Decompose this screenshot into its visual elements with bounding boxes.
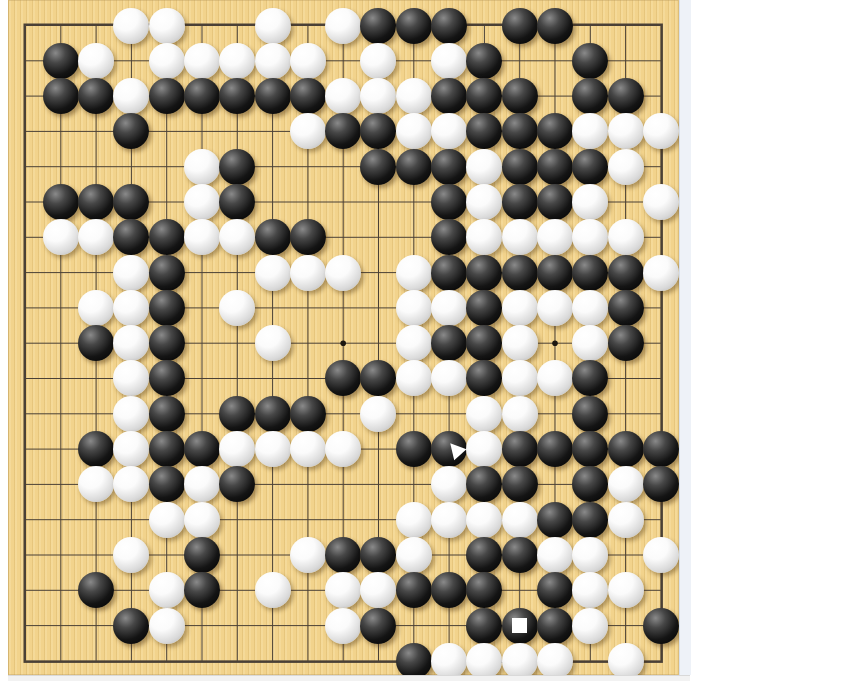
- white-stone[interactable]: [608, 502, 644, 538]
- white-stone[interactable]: [113, 431, 149, 467]
- white-stone[interactable]: [572, 325, 608, 361]
- black-stone[interactable]: [396, 431, 432, 467]
- black-stone[interactable]: [537, 184, 573, 220]
- white-stone[interactable]: [78, 466, 114, 502]
- white-stone[interactable]: [184, 466, 220, 502]
- board-point: [502, 608, 537, 643]
- black-stone[interactable]: [113, 184, 149, 220]
- white-stone[interactable]: [396, 78, 432, 114]
- board-point: [149, 431, 184, 466]
- white-stone[interactable]: [466, 184, 502, 220]
- black-stone[interactable]: [431, 219, 467, 255]
- black-stone[interactable]: [466, 255, 502, 291]
- black-stone[interactable]: [572, 149, 608, 185]
- white-stone[interactable]: [255, 43, 291, 79]
- black-stone[interactable]: [360, 8, 396, 44]
- white-stone[interactable]: [572, 219, 608, 255]
- black-stone[interactable]: [502, 8, 538, 44]
- board-point: [608, 255, 643, 290]
- board-point: [467, 149, 502, 184]
- board-point: [502, 255, 537, 290]
- black-stone[interactable]: [502, 113, 538, 149]
- black-stone[interactable]: [608, 290, 644, 326]
- board-point: [255, 8, 290, 43]
- board-point: [326, 78, 361, 113]
- white-stone[interactable]: [396, 113, 432, 149]
- white-stone[interactable]: [431, 466, 467, 502]
- black-stone[interactable]: [537, 149, 573, 185]
- board-point: [149, 220, 184, 255]
- black-stone[interactable]: [537, 113, 573, 149]
- black-stone[interactable]: [643, 608, 679, 644]
- white-stone[interactable]: [537, 219, 573, 255]
- board-point: [361, 114, 396, 149]
- black-stone[interactable]: [466, 43, 502, 79]
- black-stone[interactable]: [572, 466, 608, 502]
- white-stone[interactable]: [643, 255, 679, 291]
- board-point: [220, 396, 255, 431]
- board-point: [361, 537, 396, 572]
- black-stone[interactable]: [502, 149, 538, 185]
- white-stone[interactable]: [643, 184, 679, 220]
- black-stone[interactable]: [572, 78, 608, 114]
- black-stone[interactable]: [572, 502, 608, 538]
- black-stone[interactable]: [466, 360, 502, 396]
- black-stone[interactable]: [502, 608, 538, 644]
- black-stone[interactable]: [290, 219, 326, 255]
- board-point: [431, 290, 466, 325]
- white-stone[interactable]: [608, 643, 644, 679]
- black-stone[interactable]: [537, 431, 573, 467]
- board-point: [431, 467, 466, 502]
- board-point: [361, 43, 396, 78]
- white-stone[interactable]: [608, 219, 644, 255]
- black-stone[interactable]: [502, 78, 538, 114]
- white-stone[interactable]: [537, 360, 573, 396]
- white-stone[interactable]: [360, 572, 396, 608]
- board-point: [573, 326, 608, 361]
- black-stone[interactable]: [431, 78, 467, 114]
- white-stone[interactable]: [466, 431, 502, 467]
- board-point: [149, 608, 184, 643]
- black-stone[interactable]: [396, 149, 432, 185]
- board-point: [184, 431, 219, 466]
- white-stone[interactable]: [290, 431, 326, 467]
- black-stone[interactable]: [608, 255, 644, 291]
- black-stone[interactable]: [255, 396, 291, 432]
- white-stone[interactable]: [255, 431, 291, 467]
- black-stone[interactable]: [502, 537, 538, 573]
- black-stone[interactable]: [396, 8, 432, 44]
- white-stone[interactable]: [572, 290, 608, 326]
- white-stone[interactable]: [537, 537, 573, 573]
- white-stone[interactable]: [431, 360, 467, 396]
- white-stone[interactable]: [396, 537, 432, 573]
- board-point: [502, 537, 537, 572]
- white-stone[interactable]: [255, 255, 291, 291]
- white-stone[interactable]: [431, 643, 467, 679]
- black-stone[interactable]: [502, 255, 538, 291]
- board-point: [149, 396, 184, 431]
- white-stone[interactable]: [113, 255, 149, 291]
- black-stone[interactable]: [396, 572, 432, 608]
- board-point: [396, 149, 431, 184]
- black-stone[interactable]: [149, 219, 185, 255]
- white-stone[interactable]: [608, 572, 644, 608]
- white-stone[interactable]: [572, 184, 608, 220]
- board-point: [502, 431, 537, 466]
- black-stone[interactable]: [78, 78, 114, 114]
- board-point: [114, 467, 149, 502]
- white-stone[interactable]: [643, 113, 679, 149]
- black-stone[interactable]: [572, 255, 608, 291]
- white-stone[interactable]: [149, 502, 185, 538]
- white-stone[interactable]: [502, 360, 538, 396]
- black-stone[interactable]: [43, 78, 79, 114]
- board-point: [467, 467, 502, 502]
- white-stone[interactable]: [78, 43, 114, 79]
- black-stone[interactable]: [360, 113, 396, 149]
- board-point: [537, 149, 572, 184]
- white-stone[interactable]: [219, 431, 255, 467]
- white-stone[interactable]: [113, 325, 149, 361]
- white-stone[interactable]: [184, 184, 220, 220]
- black-stone[interactable]: [537, 502, 573, 538]
- white-stone[interactable]: [608, 149, 644, 185]
- white-stone[interactable]: [431, 43, 467, 79]
- black-stone[interactable]: [113, 608, 149, 644]
- board-point: [326, 608, 361, 643]
- white-stone[interactable]: [502, 643, 538, 679]
- black-stone[interactable]: [466, 466, 502, 502]
- board-point: [502, 78, 537, 113]
- black-stone[interactable]: [219, 184, 255, 220]
- black-stone[interactable]: [396, 643, 432, 679]
- black-stone[interactable]: [360, 149, 396, 185]
- board-point: [431, 502, 466, 537]
- black-stone[interactable]: [466, 113, 502, 149]
- board-point: [537, 255, 572, 290]
- white-stone[interactable]: [325, 431, 361, 467]
- black-stone[interactable]: [113, 113, 149, 149]
- black-stone[interactable]: [149, 78, 185, 114]
- white-stone[interactable]: [502, 325, 538, 361]
- white-stone[interactable]: [184, 219, 220, 255]
- board-point: [537, 8, 572, 43]
- white-stone[interactable]: [466, 643, 502, 679]
- white-stone[interactable]: [502, 290, 538, 326]
- white-stone[interactable]: [325, 572, 361, 608]
- black-stone[interactable]: [360, 608, 396, 644]
- board-point: [467, 43, 502, 78]
- black-stone[interactable]: [466, 290, 502, 326]
- white-stone[interactable]: [396, 502, 432, 538]
- board-point: [537, 537, 572, 572]
- white-stone[interactable]: [325, 78, 361, 114]
- board-point: [467, 573, 502, 608]
- board-point: [431, 220, 466, 255]
- white-stone[interactable]: [608, 466, 644, 502]
- board-point: [290, 431, 325, 466]
- white-stone[interactable]: [149, 8, 185, 44]
- board-point: [149, 573, 184, 608]
- black-stone[interactable]: [325, 537, 361, 573]
- board-point: [643, 431, 678, 466]
- white-stone[interactable]: [502, 502, 538, 538]
- board-point: [573, 184, 608, 219]
- black-stone[interactable]: [78, 184, 114, 220]
- board-point: [537, 361, 572, 396]
- black-stone[interactable]: [255, 78, 291, 114]
- white-stone[interactable]: [396, 255, 432, 291]
- board-point: [608, 643, 643, 678]
- black-stone[interactable]: [431, 325, 467, 361]
- black-stone[interactable]: [466, 78, 502, 114]
- board-point: [220, 431, 255, 466]
- board-point: [431, 78, 466, 113]
- white-stone[interactable]: [325, 8, 361, 44]
- board-point: [149, 43, 184, 78]
- board-point: [255, 255, 290, 290]
- white-stone[interactable]: [219, 43, 255, 79]
- board-point: [467, 537, 502, 572]
- white-stone[interactable]: [290, 537, 326, 573]
- black-stone[interactable]: [325, 113, 361, 149]
- board-point: [114, 255, 149, 290]
- white-stone[interactable]: [290, 113, 326, 149]
- black-stone[interactable]: [643, 466, 679, 502]
- board-point: [114, 396, 149, 431]
- black-stone[interactable]: [360, 360, 396, 396]
- black-stone[interactable]: [219, 78, 255, 114]
- board-point: [361, 8, 396, 43]
- board-right-edge-strip: [679, 0, 691, 675]
- board-point: [502, 8, 537, 43]
- black-stone[interactable]: [43, 184, 79, 220]
- white-stone[interactable]: [78, 219, 114, 255]
- white-stone[interactable]: [255, 325, 291, 361]
- black-stone[interactable]: [502, 184, 538, 220]
- black-stone[interactable]: [431, 572, 467, 608]
- white-stone[interactable]: [184, 149, 220, 185]
- black-stone[interactable]: [149, 466, 185, 502]
- white-stone[interactable]: [466, 149, 502, 185]
- black-stone[interactable]: [608, 78, 644, 114]
- black-stone[interactable]: [219, 396, 255, 432]
- white-stone[interactable]: [466, 219, 502, 255]
- white-stone[interactable]: [290, 255, 326, 291]
- white-stone[interactable]: [184, 43, 220, 79]
- white-stone[interactable]: [396, 325, 432, 361]
- white-stone[interactable]: [643, 537, 679, 573]
- black-stone[interactable]: [643, 431, 679, 467]
- white-stone[interactable]: [466, 396, 502, 432]
- white-stone[interactable]: [396, 290, 432, 326]
- black-stone[interactable]: [184, 537, 220, 573]
- black-stone[interactable]: [219, 149, 255, 185]
- black-stone[interactable]: [466, 325, 502, 361]
- white-stone[interactable]: [113, 537, 149, 573]
- black-stone[interactable]: [502, 466, 538, 502]
- board-point: [114, 220, 149, 255]
- white-stone[interactable]: [149, 608, 185, 644]
- white-stone[interactable]: [360, 43, 396, 79]
- white-stone[interactable]: [608, 113, 644, 149]
- board-bottom-edge-strip: [8, 675, 690, 681]
- board-point: [502, 502, 537, 537]
- black-stone[interactable]: [184, 572, 220, 608]
- white-stone[interactable]: [572, 572, 608, 608]
- board-point: [608, 431, 643, 466]
- white-stone[interactable]: [431, 113, 467, 149]
- black-stone[interactable]: [608, 325, 644, 361]
- board-point: [537, 114, 572, 149]
- white-stone[interactable]: [360, 78, 396, 114]
- black-stone[interactable]: [149, 396, 185, 432]
- black-stone[interactable]: [572, 43, 608, 79]
- white-stone[interactable]: [537, 290, 573, 326]
- white-stone[interactable]: [502, 396, 538, 432]
- black-stone[interactable]: [290, 396, 326, 432]
- black-stone[interactable]: [184, 78, 220, 114]
- board-point: [467, 361, 502, 396]
- board-point: [255, 396, 290, 431]
- black-stone[interactable]: [431, 149, 467, 185]
- black-stone[interactable]: [537, 608, 573, 644]
- black-stone[interactable]: [431, 431, 467, 467]
- board-point: [361, 573, 396, 608]
- white-stone[interactable]: [325, 608, 361, 644]
- board-point: [43, 78, 78, 113]
- white-stone[interactable]: [113, 8, 149, 44]
- black-stone[interactable]: [149, 290, 185, 326]
- board-point: [467, 502, 502, 537]
- black-stone[interactable]: [149, 431, 185, 467]
- square-marker: [512, 618, 527, 633]
- black-stone[interactable]: [290, 78, 326, 114]
- black-stone[interactable]: [184, 431, 220, 467]
- white-stone[interactable]: [149, 572, 185, 608]
- black-stone[interactable]: [572, 360, 608, 396]
- white-stone[interactable]: [43, 219, 79, 255]
- black-stone[interactable]: [219, 466, 255, 502]
- black-stone[interactable]: [113, 219, 149, 255]
- board-point: [431, 255, 466, 290]
- board-point: [184, 537, 219, 572]
- board-point: [326, 361, 361, 396]
- black-stone[interactable]: [466, 537, 502, 573]
- white-stone[interactable]: [184, 502, 220, 538]
- board-point: [114, 431, 149, 466]
- white-stone[interactable]: [255, 572, 291, 608]
- black-stone[interactable]: [537, 572, 573, 608]
- board-point: [573, 290, 608, 325]
- board-point: [290, 43, 325, 78]
- board-point: [78, 431, 113, 466]
- white-stone[interactable]: [396, 360, 432, 396]
- black-stone[interactable]: [537, 255, 573, 291]
- white-stone[interactable]: [502, 219, 538, 255]
- black-stone[interactable]: [466, 572, 502, 608]
- go-board[interactable]: [8, 0, 679, 675]
- white-stone[interactable]: [360, 396, 396, 432]
- white-stone[interactable]: [255, 8, 291, 44]
- black-stone[interactable]: [502, 431, 538, 467]
- white-stone[interactable]: [113, 78, 149, 114]
- black-stone[interactable]: [431, 255, 467, 291]
- board-point: [220, 184, 255, 219]
- board-point: [431, 149, 466, 184]
- white-stone[interactable]: [113, 396, 149, 432]
- black-stone[interactable]: [537, 8, 573, 44]
- board-point: [326, 573, 361, 608]
- black-stone[interactable]: [572, 396, 608, 432]
- board-point: [149, 290, 184, 325]
- board-point: [573, 502, 608, 537]
- black-stone[interactable]: [360, 537, 396, 573]
- black-stone[interactable]: [43, 43, 79, 79]
- board-point: [326, 114, 361, 149]
- white-stone[interactable]: [78, 290, 114, 326]
- board-point: [396, 290, 431, 325]
- white-stone[interactable]: [149, 43, 185, 79]
- board-point: [643, 114, 678, 149]
- board-point: [184, 149, 219, 184]
- white-stone[interactable]: [466, 502, 502, 538]
- board-point: [608, 326, 643, 361]
- black-stone[interactable]: [466, 608, 502, 644]
- black-stone[interactable]: [431, 8, 467, 44]
- black-stone[interactable]: [431, 184, 467, 220]
- white-stone[interactable]: [290, 43, 326, 79]
- white-stone[interactable]: [219, 219, 255, 255]
- board-point: [431, 431, 466, 466]
- board-point: [220, 149, 255, 184]
- black-stone[interactable]: [572, 431, 608, 467]
- white-stone[interactable]: [113, 290, 149, 326]
- black-stone[interactable]: [325, 360, 361, 396]
- board-point: [573, 361, 608, 396]
- white-stone[interactable]: [325, 255, 361, 291]
- white-stone[interactable]: [219, 290, 255, 326]
- black-stone[interactable]: [78, 431, 114, 467]
- board-point: [78, 573, 113, 608]
- white-stone[interactable]: [113, 360, 149, 396]
- board-point: [573, 78, 608, 113]
- black-stone[interactable]: [255, 219, 291, 255]
- board-point: [149, 8, 184, 43]
- white-stone[interactable]: [572, 608, 608, 644]
- black-stone[interactable]: [149, 255, 185, 291]
- black-stone[interactable]: [608, 431, 644, 467]
- black-stone[interactable]: [78, 325, 114, 361]
- board-point: [220, 290, 255, 325]
- board-point: [184, 184, 219, 219]
- white-stone[interactable]: [431, 290, 467, 326]
- white-stone[interactable]: [572, 537, 608, 573]
- white-stone[interactable]: [537, 643, 573, 679]
- white-stone[interactable]: [113, 466, 149, 502]
- black-stone[interactable]: [149, 325, 185, 361]
- white-stone[interactable]: [572, 113, 608, 149]
- board-point: [608, 573, 643, 608]
- board-point: [573, 255, 608, 290]
- board-point: [467, 431, 502, 466]
- black-stone[interactable]: [149, 360, 185, 396]
- board-point: [43, 43, 78, 78]
- black-stone[interactable]: [78, 572, 114, 608]
- white-stone[interactable]: [431, 502, 467, 538]
